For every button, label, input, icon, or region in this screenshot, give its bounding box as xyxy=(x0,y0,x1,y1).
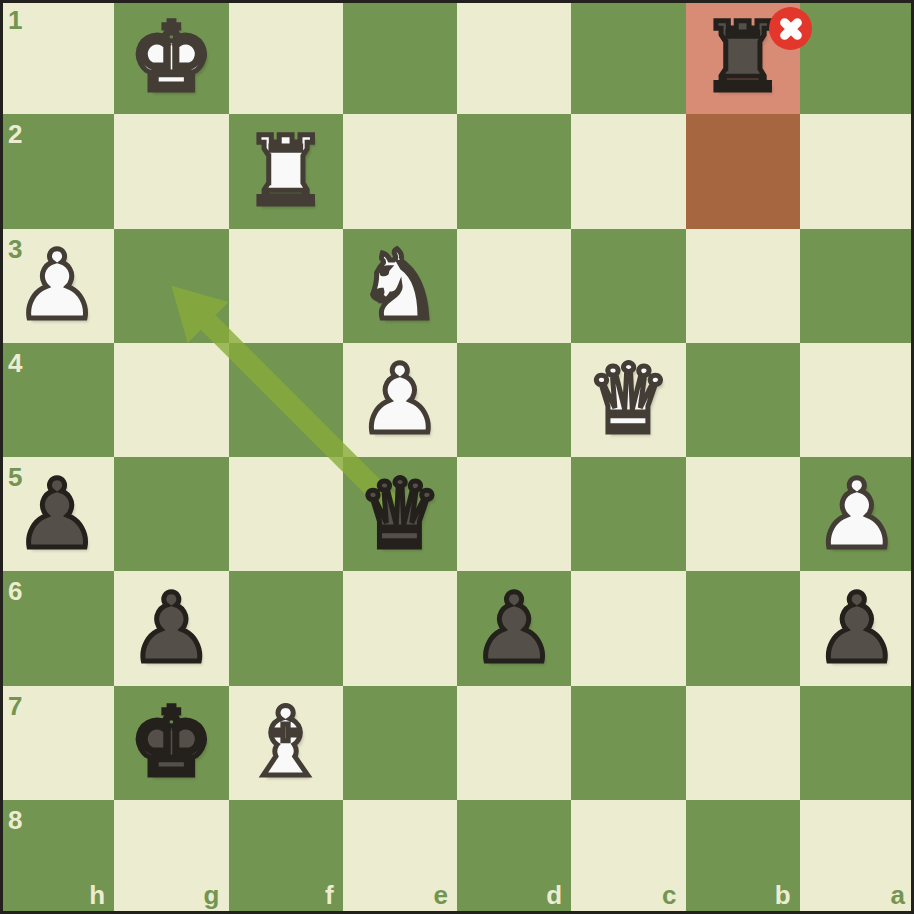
black-pawn-h5[interactable]: ♟ xyxy=(0,457,114,571)
black-pawn-a6[interactable]: ♟ xyxy=(800,571,914,685)
black-pawn-g6[interactable]: ♟ xyxy=(114,571,228,685)
white-knight-e3[interactable]: ♞ xyxy=(343,229,457,343)
white-bishop-f7[interactable]: ♝ xyxy=(229,686,343,800)
miss-x-badge xyxy=(769,7,812,50)
white-pawn-a5[interactable]: ♟ xyxy=(800,457,914,571)
white-pawn-h3[interactable]: ♟ xyxy=(0,229,114,343)
white-king-g1[interactable]: ♚ xyxy=(114,0,228,114)
white-rook-f2[interactable]: ♜ xyxy=(229,114,343,228)
chess-board: 12345678hgfedcba ♚♜♟♞♟♛♟♝♜♛♟♟♟♟♚ xyxy=(0,0,914,914)
black-king-g7[interactable]: ♚ xyxy=(114,686,228,800)
black-queen-e5[interactable]: ♛ xyxy=(343,457,457,571)
white-pawn-e4[interactable]: ♟ xyxy=(343,343,457,457)
pieces-layer: ♚♜♟♞♟♛♟♝♜♛♟♟♟♟♚ xyxy=(0,0,914,914)
black-pawn-d6[interactable]: ♟ xyxy=(457,571,571,685)
white-queen-c4[interactable]: ♛ xyxy=(571,343,685,457)
